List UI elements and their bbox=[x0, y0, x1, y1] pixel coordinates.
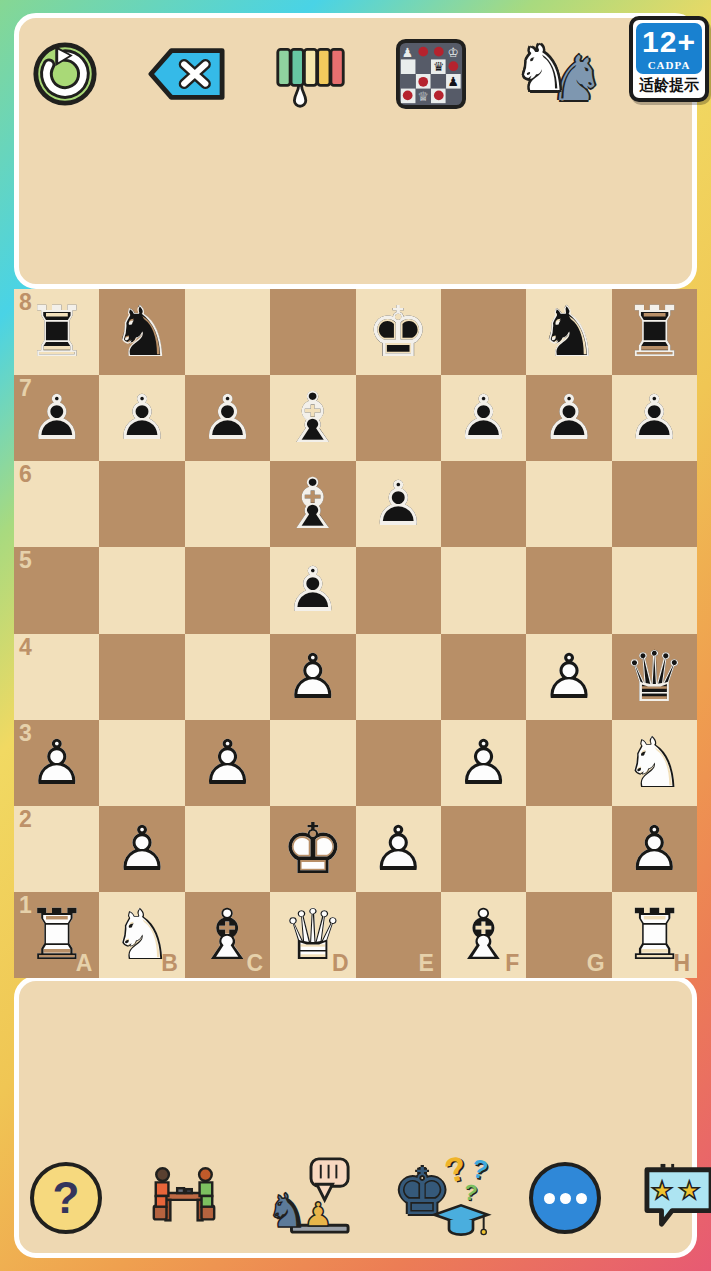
square-b8[interactable]: ♞ bbox=[99, 289, 184, 375]
square-f2[interactable] bbox=[441, 806, 526, 892]
square-f8[interactable] bbox=[441, 289, 526, 375]
black-bishop[interactable]: ♝ bbox=[281, 383, 344, 453]
black-pawn[interactable]: ♟ bbox=[541, 387, 597, 449]
white-rook[interactable]: ♜ bbox=[25, 900, 88, 970]
square-e3[interactable] bbox=[356, 720, 441, 806]
age-rating-org: CADPA bbox=[636, 59, 702, 71]
square-d4[interactable]: ♟ bbox=[270, 634, 355, 720]
square-b7[interactable]: ♟ bbox=[99, 375, 184, 461]
undo-backspace-icon bbox=[148, 44, 226, 108]
black-pawn[interactable]: ♟ bbox=[456, 387, 512, 449]
square-e2[interactable]: ♟ bbox=[356, 806, 441, 892]
svg-text:♕: ♕ bbox=[417, 89, 428, 104]
square-f6[interactable] bbox=[441, 461, 526, 547]
make-move-button[interactable]: ♞ ♟ bbox=[266, 1155, 356, 1241]
square-c3[interactable]: ♟ bbox=[185, 720, 270, 806]
white-bishop[interactable]: ♝ bbox=[452, 900, 515, 970]
multiplayer-button[interactable] bbox=[140, 1159, 228, 1237]
white-king[interactable]: ♚ bbox=[281, 814, 344, 884]
square-c5[interactable] bbox=[185, 547, 270, 633]
question-mark-blue: ? bbox=[469, 1155, 490, 1184]
white-pawn[interactable]: ♟ bbox=[114, 818, 170, 880]
white-pawn[interactable]: ♟ bbox=[370, 818, 426, 880]
square-h5[interactable] bbox=[612, 547, 697, 633]
rank-label-4: 4 bbox=[19, 636, 32, 659]
chat-button[interactable] bbox=[529, 1162, 601, 1234]
square-d6[interactable]: ♝ bbox=[270, 461, 355, 547]
square-h1[interactable]: H♜ bbox=[612, 892, 697, 978]
svg-text:★: ★ bbox=[651, 1176, 674, 1205]
age-rating-number: 12+ bbox=[636, 27, 702, 57]
learn-button[interactable]: ♚ ? ? ? bbox=[393, 1156, 491, 1240]
white-pawn[interactable]: ♟ bbox=[456, 732, 512, 794]
square-e6[interactable]: ♟ bbox=[356, 461, 441, 547]
square-h3[interactable]: ♞ bbox=[612, 720, 697, 806]
white-rook[interactable]: ♜ bbox=[623, 900, 686, 970]
svg-text:♛: ♛ bbox=[433, 59, 444, 74]
square-f1[interactable]: F♝ bbox=[441, 892, 526, 978]
white-pawn[interactable]: ♟ bbox=[200, 732, 256, 794]
bottom-toolbar: ? bbox=[30, 1155, 689, 1241]
white-pawn[interactable]: ♟ bbox=[541, 646, 597, 708]
square-c6[interactable] bbox=[185, 461, 270, 547]
square-a3[interactable]: 3♟ bbox=[14, 720, 99, 806]
square-g3[interactable] bbox=[526, 720, 611, 806]
square-h8[interactable]: ♜ bbox=[612, 289, 697, 375]
theme-button[interactable] bbox=[274, 36, 348, 116]
file-label-g: G bbox=[587, 952, 605, 975]
svg-text:♞: ♞ bbox=[266, 1184, 308, 1237]
black-pawn[interactable]: ♟ bbox=[29, 387, 85, 449]
black-king[interactable]: ♚ bbox=[367, 297, 430, 367]
square-g8[interactable]: ♞ bbox=[526, 289, 611, 375]
square-h2[interactable]: ♟ bbox=[612, 806, 697, 892]
white-knight[interactable]: ♞ bbox=[623, 728, 686, 798]
theme-colors-icon bbox=[274, 36, 348, 116]
square-a7[interactable]: 7♟ bbox=[14, 375, 99, 461]
square-d5[interactable]: ♟ bbox=[270, 547, 355, 633]
square-g1[interactable]: G bbox=[526, 892, 611, 978]
graduation-cap-icon bbox=[429, 1200, 493, 1244]
players-table-icon bbox=[140, 1159, 228, 1237]
white-queen[interactable]: ♛ bbox=[281, 900, 344, 970]
black-rook[interactable]: ♜ bbox=[623, 297, 686, 367]
white-knight[interactable]: ♞ bbox=[111, 900, 174, 970]
square-e7[interactable] bbox=[356, 375, 441, 461]
chess-app-screen: { "game": "chess", "position": { "fen": … bbox=[0, 0, 711, 1271]
square-a1[interactable]: 1A♜ bbox=[14, 892, 99, 978]
square-b1[interactable]: B♞ bbox=[99, 892, 184, 978]
black-pawn[interactable]: ♟ bbox=[200, 387, 256, 449]
svg-text:♔: ♔ bbox=[448, 45, 459, 60]
square-h6[interactable] bbox=[612, 461, 697, 547]
rank-label-2: 2 bbox=[19, 808, 32, 831]
square-b6[interactable] bbox=[99, 461, 184, 547]
white-pawn[interactable]: ♟ bbox=[29, 732, 85, 794]
square-b5[interactable] bbox=[99, 547, 184, 633]
review-button[interactable]: ★ ★ bbox=[639, 1162, 711, 1234]
square-c1[interactable]: C♝ bbox=[185, 892, 270, 978]
square-d8[interactable] bbox=[270, 289, 355, 375]
square-f7[interactable]: ♟ bbox=[441, 375, 526, 461]
review-bubble-icon: ★ ★ bbox=[639, 1162, 711, 1234]
square-a6[interactable]: 6 bbox=[14, 461, 99, 547]
square-d1[interactable]: D♛ bbox=[270, 892, 355, 978]
white-bishop[interactable]: ♝ bbox=[196, 900, 259, 970]
white-knight-icon: ♞ bbox=[514, 38, 570, 100]
black-pawn[interactable]: ♟ bbox=[114, 387, 170, 449]
square-f3[interactable]: ♟ bbox=[441, 720, 526, 806]
square-d3[interactable] bbox=[270, 720, 355, 806]
black-knight[interactable]: ♞ bbox=[111, 297, 174, 367]
white-pawn[interactable]: ♟ bbox=[285, 646, 341, 708]
age-rating-caption: 适龄提示 bbox=[636, 74, 702, 96]
age-rating-badge: 12+ CADPA 适龄提示 bbox=[629, 16, 709, 102]
chess-board[interactable]: 8♜♞♚♞♜7♟♟♟♝♟♟♟6♝♟5♟4♟♟♛3♟♟♟♞2♟♚♟♟1A♜B♞C♝… bbox=[14, 289, 697, 978]
svg-text:♟: ♟ bbox=[303, 1195, 333, 1234]
black-rook[interactable]: ♜ bbox=[25, 297, 88, 367]
square-h7[interactable]: ♟ bbox=[612, 375, 697, 461]
file-label-e: E bbox=[419, 952, 434, 975]
black-pawn[interactable]: ♟ bbox=[370, 473, 426, 535]
square-h4[interactable]: ♛ bbox=[612, 634, 697, 720]
square-e8[interactable]: ♚ bbox=[356, 289, 441, 375]
black-bishop[interactable]: ♝ bbox=[281, 469, 344, 539]
square-b4[interactable] bbox=[99, 634, 184, 720]
black-knight[interactable]: ♞ bbox=[538, 297, 601, 367]
square-a5[interactable]: 5 bbox=[14, 547, 99, 633]
square-g5[interactable] bbox=[526, 547, 611, 633]
help-button[interactable]: ? bbox=[30, 1162, 102, 1234]
top-toolbar: ♟ ♔ ♛ ♟ ♕ ♞ ♞ bbox=[30, 36, 601, 116]
square-g2[interactable] bbox=[526, 806, 611, 892]
white-pawn[interactable]: ♟ bbox=[627, 818, 683, 880]
restart-button[interactable] bbox=[30, 39, 100, 113]
rank-label-6: 6 bbox=[19, 463, 32, 486]
square-f4[interactable] bbox=[441, 634, 526, 720]
square-d7[interactable]: ♝ bbox=[270, 375, 355, 461]
black-queen[interactable]: ♛ bbox=[623, 642, 686, 712]
play-vs-button[interactable]: ♞ ♞ bbox=[514, 38, 601, 114]
svg-text:♟: ♟ bbox=[402, 45, 413, 60]
square-a2[interactable]: 2 bbox=[14, 806, 99, 892]
square-e1[interactable]: E bbox=[356, 892, 441, 978]
square-d2[interactable]: ♚ bbox=[270, 806, 355, 892]
help-icon: ? bbox=[53, 1176, 80, 1220]
square-c8[interactable] bbox=[185, 289, 270, 375]
square-a4[interactable]: 4 bbox=[14, 634, 99, 720]
square-f5[interactable] bbox=[441, 547, 526, 633]
square-g4[interactable]: ♟ bbox=[526, 634, 611, 720]
square-b3[interactable] bbox=[99, 720, 184, 806]
rank-label-5: 5 bbox=[19, 549, 32, 572]
black-pawn[interactable]: ♟ bbox=[627, 387, 683, 449]
square-b2[interactable]: ♟ bbox=[99, 806, 184, 892]
square-c4[interactable] bbox=[185, 634, 270, 720]
chat-dots-icon bbox=[544, 1193, 587, 1204]
restart-icon bbox=[30, 39, 100, 113]
mini-board-icon: ♟ ♔ ♛ ♟ ♕ bbox=[396, 39, 466, 113]
undo-button[interactable] bbox=[148, 44, 226, 108]
square-g7[interactable]: ♟ bbox=[526, 375, 611, 461]
svg-text:♟: ♟ bbox=[448, 74, 459, 89]
age-rating-blue-box: 12+ CADPA bbox=[636, 23, 702, 74]
puzzle-board-button[interactable]: ♟ ♔ ♛ ♟ ♕ bbox=[396, 39, 466, 113]
square-e4[interactable] bbox=[356, 634, 441, 720]
black-pawn[interactable]: ♟ bbox=[285, 559, 341, 621]
square-a8[interactable]: 8♜ bbox=[14, 289, 99, 375]
square-e5[interactable] bbox=[356, 547, 441, 633]
square-g6[interactable] bbox=[526, 461, 611, 547]
svg-text:★: ★ bbox=[678, 1176, 701, 1205]
hand-move-icon: ♞ ♟ bbox=[266, 1155, 356, 1241]
square-c2[interactable] bbox=[185, 806, 270, 892]
square-c7[interactable]: ♟ bbox=[185, 375, 270, 461]
